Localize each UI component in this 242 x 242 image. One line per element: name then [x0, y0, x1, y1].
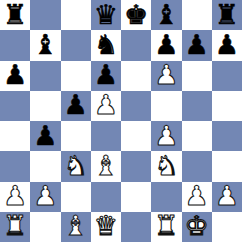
square-e7[interactable]: [121, 30, 151, 60]
square-b8[interactable]: [30, 0, 60, 30]
piece-white-pawn[interactable]: ♟: [33, 182, 57, 209]
square-e5[interactable]: [121, 91, 151, 121]
piece-black-bishop[interactable]: ♝: [33, 31, 57, 58]
square-c8[interactable]: [61, 0, 91, 30]
piece-white-knight[interactable]: ♞: [154, 152, 178, 179]
piece-black-queen[interactable]: ♛: [94, 1, 118, 28]
square-h7[interactable]: ♟: [212, 30, 242, 60]
piece-black-pawn[interactable]: ♟: [185, 31, 209, 58]
piece-white-pawn[interactable]: ♟: [185, 182, 209, 209]
piece-black-king[interactable]: ♚: [124, 1, 148, 28]
square-d7[interactable]: ♞: [91, 30, 121, 60]
square-c7[interactable]: [61, 30, 91, 60]
piece-black-bishop[interactable]: ♝: [154, 1, 178, 28]
piece-black-rook[interactable]: ♜: [215, 1, 239, 28]
square-c2[interactable]: [61, 182, 91, 212]
square-d8[interactable]: ♛: [91, 0, 121, 30]
square-e1[interactable]: [121, 212, 151, 242]
square-h1[interactable]: [212, 212, 242, 242]
square-a1[interactable]: ♜: [0, 212, 30, 242]
square-f1[interactable]: ♜: [151, 212, 181, 242]
piece-black-rook[interactable]: ♜: [3, 1, 27, 28]
square-f7[interactable]: ♟: [151, 30, 181, 60]
square-b3[interactable]: [30, 151, 60, 181]
square-h6[interactable]: [212, 61, 242, 91]
square-c6[interactable]: [61, 61, 91, 91]
square-b5[interactable]: [30, 91, 60, 121]
square-g8[interactable]: [182, 0, 212, 30]
square-c4[interactable]: [61, 121, 91, 151]
square-h4[interactable]: [212, 121, 242, 151]
piece-black-knight[interactable]: ♞: [94, 31, 118, 58]
square-b6[interactable]: [30, 61, 60, 91]
square-f4[interactable]: ♟: [151, 121, 181, 151]
square-d6[interactable]: ♟: [91, 61, 121, 91]
square-f2[interactable]: [151, 182, 181, 212]
square-e4[interactable]: [121, 121, 151, 151]
piece-black-pawn[interactable]: ♟: [94, 61, 118, 88]
piece-white-king[interactable]: ♚: [185, 212, 209, 239]
square-h8[interactable]: ♜: [212, 0, 242, 30]
square-c1[interactable]: ♝: [61, 212, 91, 242]
square-g4[interactable]: [182, 121, 212, 151]
piece-white-bishop[interactable]: ♝: [64, 212, 88, 239]
square-d1[interactable]: ♛: [91, 212, 121, 242]
square-g3[interactable]: [182, 151, 212, 181]
square-g1[interactable]: ♚: [182, 212, 212, 242]
square-b1[interactable]: [30, 212, 60, 242]
square-a6[interactable]: ♟: [0, 61, 30, 91]
square-e2[interactable]: [121, 182, 151, 212]
piece-black-pawn[interactable]: ♟: [215, 31, 239, 58]
piece-white-pawn[interactable]: ♟: [215, 182, 239, 209]
piece-white-rook[interactable]: ♜: [3, 212, 27, 239]
square-b4[interactable]: ♟: [30, 121, 60, 151]
piece-black-pawn[interactable]: ♟: [33, 122, 57, 149]
square-f6[interactable]: ♟: [151, 61, 181, 91]
square-c5[interactable]: ♟: [61, 91, 91, 121]
square-b2[interactable]: ♟: [30, 182, 60, 212]
square-g6[interactable]: [182, 61, 212, 91]
square-a5[interactable]: [0, 91, 30, 121]
square-d2[interactable]: [91, 182, 121, 212]
square-g2[interactable]: ♟: [182, 182, 212, 212]
piece-white-pawn[interactable]: ♟: [154, 122, 178, 149]
square-d5[interactable]: ♟: [91, 91, 121, 121]
piece-white-knight[interactable]: ♞: [64, 152, 88, 179]
square-a7[interactable]: [0, 30, 30, 60]
square-c3[interactable]: ♞: [61, 151, 91, 181]
square-e3[interactable]: [121, 151, 151, 181]
square-a4[interactable]: [0, 121, 30, 151]
square-a3[interactable]: [0, 151, 30, 181]
piece-white-pawn[interactable]: ♟: [3, 182, 27, 209]
square-g5[interactable]: [182, 91, 212, 121]
chess-board: ♜♛♚♝♜♝♞♟♟♟♟♟♟♟♟♟♟♞♝♞♟♟♟♟♜♝♛♜♚: [0, 0, 242, 242]
piece-white-queen[interactable]: ♛: [94, 212, 118, 239]
square-h3[interactable]: [212, 151, 242, 181]
piece-black-pawn[interactable]: ♟: [154, 31, 178, 58]
piece-black-pawn[interactable]: ♟: [3, 61, 27, 88]
piece-black-pawn[interactable]: ♟: [64, 91, 88, 118]
square-a8[interactable]: ♜: [0, 0, 30, 30]
piece-white-pawn[interactable]: ♟: [94, 91, 118, 118]
square-a2[interactable]: ♟: [0, 182, 30, 212]
square-g7[interactable]: ♟: [182, 30, 212, 60]
square-e6[interactable]: [121, 61, 151, 91]
square-h5[interactable]: [212, 91, 242, 121]
square-h2[interactable]: ♟: [212, 182, 242, 212]
square-f5[interactable]: [151, 91, 181, 121]
piece-white-bishop[interactable]: ♝: [94, 152, 118, 179]
square-f3[interactable]: ♞: [151, 151, 181, 181]
square-b7[interactable]: ♝: [30, 30, 60, 60]
piece-white-pawn[interactable]: ♟: [154, 61, 178, 88]
square-d4[interactable]: [91, 121, 121, 151]
piece-white-rook[interactable]: ♜: [154, 212, 178, 239]
square-d3[interactable]: ♝: [91, 151, 121, 181]
square-e8[interactable]: ♚: [121, 0, 151, 30]
square-f8[interactable]: ♝: [151, 0, 181, 30]
